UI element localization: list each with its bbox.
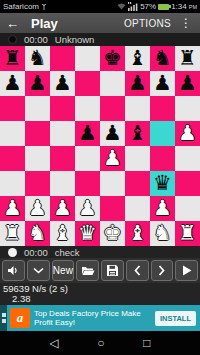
square-g4[interactable] xyxy=(150,146,175,171)
square-g7[interactable]: ♟ xyxy=(150,71,175,96)
square-c4[interactable] xyxy=(50,146,75,171)
square-e1[interactable]: ♚ xyxy=(100,221,125,246)
square-a4[interactable] xyxy=(0,146,25,171)
page-title: Play xyxy=(31,16,58,31)
sound-button[interactable] xyxy=(2,260,25,281)
black-pawn-d5: ♟ xyxy=(78,123,97,144)
square-d2[interactable]: ♟ xyxy=(75,196,100,221)
square-c5[interactable] xyxy=(50,121,75,146)
ad-text: Top Deals Factory Price Make Profit Easy… xyxy=(34,309,155,327)
chevron-down-icon xyxy=(33,267,44,274)
square-b8[interactable]: ♞ xyxy=(25,46,50,71)
toolbar: New xyxy=(0,258,200,283)
square-d3[interactable] xyxy=(75,171,100,196)
square-a3[interactable] xyxy=(0,171,25,196)
square-a2[interactable]: ♟ xyxy=(0,196,25,221)
square-h7[interactable]: ♟ xyxy=(175,71,200,96)
square-g2[interactable]: ♟ xyxy=(150,196,175,221)
open-button[interactable] xyxy=(76,260,99,281)
square-h8[interactable]: ♜ xyxy=(175,46,200,71)
black-pawn-e5: ♟ xyxy=(103,123,122,144)
square-d6[interactable] xyxy=(75,96,100,121)
android-nav-bar: ◁ ○ □ xyxy=(0,331,200,355)
engine-nps: 59639 N/s (2 s) xyxy=(3,284,200,294)
square-a7[interactable]: ♟ xyxy=(0,71,25,96)
black-pawn-b7: ♟ xyxy=(28,73,47,94)
back-arrow-icon[interactable]: ← xyxy=(6,17,19,30)
options-button[interactable]: OPTIONS xyxy=(124,18,171,29)
square-f3[interactable] xyxy=(125,171,150,196)
antenna-icon xyxy=(41,3,47,11)
ad-badge-icon xyxy=(0,305,7,331)
chevron-left-icon xyxy=(134,265,141,276)
white-pawn-e4: ♟ xyxy=(103,148,122,169)
square-e2[interactable] xyxy=(100,196,125,221)
nav-recents-icon[interactable]: □ xyxy=(143,337,150,349)
square-a5[interactable] xyxy=(0,121,25,146)
app-bar: ← Play OPTIONS ⋮ xyxy=(0,13,200,33)
white-king-e1: ♚ xyxy=(103,223,122,244)
square-f2[interactable] xyxy=(125,196,150,221)
square-h1[interactable]: ♜ xyxy=(175,221,200,246)
square-b1[interactable]: ♞ xyxy=(25,221,50,246)
expand-button[interactable] xyxy=(27,260,50,281)
white-rook-a1: ♜ xyxy=(3,223,22,244)
ad-brand-logo: a xyxy=(10,308,30,328)
black-pawn-f7: ♟ xyxy=(128,73,147,94)
save-button[interactable] xyxy=(101,260,124,281)
square-e3[interactable] xyxy=(100,171,125,196)
carrier-label: Safaricom xyxy=(3,2,39,11)
black-rook-h8: ♜ xyxy=(178,48,197,69)
install-button[interactable]: INSTALL xyxy=(155,311,196,326)
phone-screen: Safaricom 57% 1:34PM ← Play OPTIONS ⋮ 00… xyxy=(0,0,200,355)
black-pawn-g7: ♟ xyxy=(153,73,172,94)
square-f4[interactable] xyxy=(125,146,150,171)
square-f1[interactable]: ♝ xyxy=(125,221,150,246)
step-forward-button[interactable] xyxy=(151,260,174,281)
square-f5[interactable]: ♝ xyxy=(125,121,150,146)
clock-time: 1:34 xyxy=(171,2,187,11)
black-pawn-c7: ♟ xyxy=(53,73,72,94)
black-player-bar: 00:00 Unknown xyxy=(0,33,200,46)
square-a8[interactable]: ♜ xyxy=(0,46,25,71)
square-b4[interactable] xyxy=(25,146,50,171)
save-icon xyxy=(107,265,118,276)
square-f8[interactable]: ♝ xyxy=(125,46,150,71)
white-knight-b1: ♞ xyxy=(28,223,47,244)
white-pawn-d2: ♟ xyxy=(78,198,97,219)
signal-bars-icon xyxy=(128,2,138,11)
white-knight-g1: ♞ xyxy=(153,223,172,244)
nav-back-icon[interactable]: ◁ xyxy=(49,337,58,349)
square-b6[interactable] xyxy=(25,96,50,121)
black-bishop-f8: ♝ xyxy=(128,48,147,69)
white-pawn-g2: ♟ xyxy=(153,198,172,219)
white-bishop-c1: ♝ xyxy=(53,223,72,244)
black-clock: 00:00 xyxy=(24,34,48,45)
battery-percent-label: 57% xyxy=(140,2,156,11)
square-c8[interactable] xyxy=(50,46,75,71)
status-bar: Safaricom 57% 1:34PM xyxy=(0,0,200,13)
square-e4[interactable]: ♟ xyxy=(100,146,125,171)
square-d1[interactable]: ♛ xyxy=(75,221,100,246)
engine-output: 59639 N/s (2 s) 2.38 xyxy=(0,283,200,305)
square-h6[interactable] xyxy=(175,96,200,121)
play-button[interactable] xyxy=(175,260,198,281)
square-b3[interactable] xyxy=(25,171,50,196)
play-icon xyxy=(182,265,192,276)
square-f6[interactable] xyxy=(125,96,150,121)
black-knight-g8: ♞ xyxy=(153,48,172,69)
black-knight-b8: ♞ xyxy=(28,48,47,69)
square-d5[interactable]: ♟ xyxy=(75,121,100,146)
black-bishop-f5: ♝ xyxy=(128,123,147,144)
black-player-icon xyxy=(8,35,17,44)
white-pawn-c2: ♟ xyxy=(53,198,72,219)
square-a6[interactable] xyxy=(0,96,25,121)
square-g1[interactable]: ♞ xyxy=(150,221,175,246)
square-g8[interactable]: ♞ xyxy=(150,46,175,71)
clock-period: PM xyxy=(189,4,197,10)
square-c1[interactable]: ♝ xyxy=(50,221,75,246)
square-a1[interactable]: ♜ xyxy=(0,221,25,246)
square-d4[interactable] xyxy=(75,146,100,171)
square-h4[interactable] xyxy=(175,146,200,171)
white-pawn-b2: ♟ xyxy=(28,198,47,219)
black-queen-g3: ♛ xyxy=(153,173,172,194)
black-player-name: Unknown xyxy=(55,34,95,45)
white-queen-d1: ♛ xyxy=(78,223,97,244)
overflow-menu-icon[interactable]: ⋮ xyxy=(180,16,192,30)
black-pawn-h7: ♟ xyxy=(178,73,197,94)
square-d8[interactable] xyxy=(75,46,100,71)
new-game-button[interactable]: New xyxy=(52,260,75,281)
square-h3[interactable] xyxy=(175,171,200,196)
square-e8[interactable]: ♚ xyxy=(100,46,125,71)
engine-eval: 2.38 xyxy=(3,294,200,304)
new-game-label: New xyxy=(53,265,73,276)
ad-banner[interactable]: a Top Deals Factory Price Make Profit Ea… xyxy=(0,305,200,331)
black-king-e8: ♚ xyxy=(103,48,122,69)
white-clock: 00:00 xyxy=(24,247,48,258)
square-g3[interactable]: ♛ xyxy=(150,171,175,196)
square-c6[interactable] xyxy=(50,96,75,121)
square-c7[interactable]: ♟ xyxy=(50,71,75,96)
nav-home-icon[interactable]: ○ xyxy=(97,337,104,349)
white-rook-h1: ♜ xyxy=(178,223,197,244)
square-b7[interactable]: ♟ xyxy=(25,71,50,96)
square-g5[interactable] xyxy=(150,121,175,146)
white-pawn-h5: ♟ xyxy=(178,123,197,144)
square-g6[interactable] xyxy=(150,96,175,121)
white-player-icon xyxy=(8,248,17,257)
square-b5[interactable] xyxy=(25,121,50,146)
square-h5[interactable]: ♟ xyxy=(175,121,200,146)
check-status-label: check xyxy=(55,247,80,258)
square-e6[interactable] xyxy=(100,96,125,121)
black-rook-a8: ♜ xyxy=(3,48,22,69)
speaker-icon xyxy=(7,265,19,276)
square-c2[interactable]: ♟ xyxy=(50,196,75,221)
step-back-button[interactable] xyxy=(126,260,149,281)
square-e5[interactable]: ♟ xyxy=(100,121,125,146)
white-player-bar: 00:00 check xyxy=(0,246,200,258)
battery-icon xyxy=(158,4,169,10)
square-f7[interactable]: ♟ xyxy=(125,71,150,96)
square-e7[interactable] xyxy=(100,71,125,96)
white-pawn-a2: ♟ xyxy=(3,198,22,219)
white-bishop-f1: ♝ xyxy=(128,223,147,244)
square-b2[interactable]: ♟ xyxy=(25,196,50,221)
square-h2[interactable] xyxy=(175,196,200,221)
folder-open-icon xyxy=(81,265,95,276)
chess-board: ♜♞♚♝♞♜♟♟♟♟♟♟♟♟♝♟♟♛♟♟♟♟♟♜♞♝♛♚♝♞♜ xyxy=(0,46,200,246)
chevron-right-icon xyxy=(158,265,165,276)
square-c3[interactable] xyxy=(50,171,75,196)
square-d7[interactable] xyxy=(75,71,100,96)
black-pawn-a7: ♟ xyxy=(3,73,22,94)
wifi-icon xyxy=(117,3,126,10)
